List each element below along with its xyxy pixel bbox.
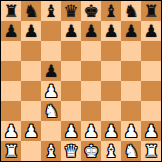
square-b2[interactable]: ♟ — [21, 121, 41, 141]
square-a1[interactable]: ♜ — [1, 141, 21, 161]
black-knight[interactable]: ♞ — [123, 1, 138, 21]
square-g5[interactable] — [121, 61, 141, 81]
black-pawn[interactable]: ♟ — [23, 21, 38, 41]
square-f8[interactable]: ♝ — [101, 1, 121, 21]
white-pawn[interactable]: ♟ — [83, 121, 98, 141]
black-pawn[interactable]: ♟ — [143, 21, 158, 41]
square-h4[interactable] — [141, 81, 161, 101]
square-h3[interactable] — [141, 101, 161, 121]
square-f6[interactable] — [101, 41, 121, 61]
white-pawn[interactable]: ♟ — [23, 121, 38, 141]
white-pawn[interactable]: ♟ — [103, 121, 118, 141]
square-c7[interactable] — [41, 21, 61, 41]
white-bishop[interactable]: ♝ — [43, 141, 58, 161]
square-g8[interactable]: ♞ — [121, 1, 141, 21]
square-b3[interactable] — [21, 101, 41, 121]
square-b7[interactable]: ♟ — [21, 21, 41, 41]
square-a6[interactable] — [1, 41, 21, 61]
white-rook[interactable]: ♜ — [3, 141, 18, 161]
square-b4[interactable] — [21, 81, 41, 101]
black-queen[interactable]: ♛ — [63, 1, 78, 21]
square-g4[interactable] — [121, 81, 141, 101]
square-h5[interactable] — [141, 61, 161, 81]
black-pawn[interactable]: ♟ — [3, 21, 18, 41]
square-c1[interactable]: ♝ — [41, 141, 61, 161]
square-d7[interactable]: ♟ — [61, 21, 81, 41]
square-a8[interactable]: ♜ — [1, 1, 21, 21]
white-queen[interactable]: ♛ — [63, 141, 78, 161]
white-bishop[interactable]: ♝ — [103, 141, 118, 161]
black-rook[interactable]: ♜ — [3, 1, 18, 21]
black-king[interactable]: ♚ — [83, 1, 98, 21]
square-e2[interactable]: ♟ — [81, 121, 101, 141]
black-pawn[interactable]: ♟ — [83, 21, 98, 41]
square-h6[interactable] — [141, 41, 161, 61]
square-f3[interactable] — [101, 101, 121, 121]
square-c2[interactable] — [41, 121, 61, 141]
square-b5[interactable] — [21, 61, 41, 81]
square-c5[interactable]: ♟ — [41, 61, 61, 81]
square-h1[interactable]: ♜ — [141, 141, 161, 161]
square-f1[interactable]: ♝ — [101, 141, 121, 161]
square-b8[interactable]: ♞ — [21, 1, 41, 21]
square-d5[interactable] — [61, 61, 81, 81]
square-a7[interactable]: ♟ — [1, 21, 21, 41]
black-pawn[interactable]: ♟ — [63, 21, 78, 41]
square-d4[interactable] — [61, 81, 81, 101]
black-pawn[interactable]: ♟ — [123, 21, 138, 41]
black-pawn[interactable]: ♟ — [43, 61, 58, 81]
white-pawn[interactable]: ♟ — [63, 121, 78, 141]
square-c3[interactable]: ♞ — [41, 101, 61, 121]
square-d1[interactable]: ♛ — [61, 141, 81, 161]
square-c6[interactable] — [41, 41, 61, 61]
white-pawn[interactable]: ♟ — [143, 121, 158, 141]
square-b6[interactable] — [21, 41, 41, 61]
black-pawn[interactable]: ♟ — [103, 21, 118, 41]
black-bishop[interactable]: ♝ — [43, 1, 58, 21]
square-e3[interactable] — [81, 101, 101, 121]
white-rook[interactable]: ♜ — [143, 141, 158, 161]
square-a5[interactable] — [1, 61, 21, 81]
square-f7[interactable]: ♟ — [101, 21, 121, 41]
black-bishop[interactable]: ♝ — [103, 1, 118, 21]
square-e1[interactable]: ♚ — [81, 141, 101, 161]
square-g3[interactable] — [121, 101, 141, 121]
square-h8[interactable]: ♜ — [141, 1, 161, 21]
square-a4[interactable] — [1, 81, 21, 101]
white-pawn[interactable]: ♟ — [3, 121, 18, 141]
square-d8[interactable]: ♛ — [61, 1, 81, 21]
square-g7[interactable]: ♟ — [121, 21, 141, 41]
square-h2[interactable]: ♟ — [141, 121, 161, 141]
square-d2[interactable]: ♟ — [61, 121, 81, 141]
square-a3[interactable] — [1, 101, 21, 121]
white-king[interactable]: ♚ — [83, 141, 98, 161]
square-h7[interactable]: ♟ — [141, 21, 161, 41]
square-e8[interactable]: ♚ — [81, 1, 101, 21]
square-d6[interactable] — [61, 41, 81, 61]
white-knight[interactable]: ♞ — [43, 101, 58, 121]
square-d3[interactable] — [61, 101, 81, 121]
square-c8[interactable]: ♝ — [41, 1, 61, 21]
square-e6[interactable] — [81, 41, 101, 61]
square-b1[interactable] — [21, 141, 41, 161]
square-f5[interactable] — [101, 61, 121, 81]
square-f2[interactable]: ♟ — [101, 121, 121, 141]
white-knight[interactable]: ♞ — [123, 141, 138, 161]
black-rook[interactable]: ♜ — [143, 1, 158, 21]
square-c4[interactable]: ♟ — [41, 81, 61, 101]
square-g1[interactable]: ♞ — [121, 141, 141, 161]
black-knight[interactable]: ♞ — [23, 1, 38, 21]
square-e4[interactable] — [81, 81, 101, 101]
white-pawn[interactable]: ♟ — [43, 81, 58, 101]
square-f4[interactable] — [101, 81, 121, 101]
square-g2[interactable]: ♟ — [121, 121, 141, 141]
square-e5[interactable] — [81, 61, 101, 81]
square-a2[interactable]: ♟ — [1, 121, 21, 141]
chess-board: ♜♞♝♛♚♝♞♜♟♟♟♟♟♟♟♟♟♞♟♟♟♟♟♟♟♜♝♛♚♝♞♜ — [0, 0, 162, 162]
square-g6[interactable] — [121, 41, 141, 61]
white-pawn[interactable]: ♟ — [123, 121, 138, 141]
square-e7[interactable]: ♟ — [81, 21, 101, 41]
